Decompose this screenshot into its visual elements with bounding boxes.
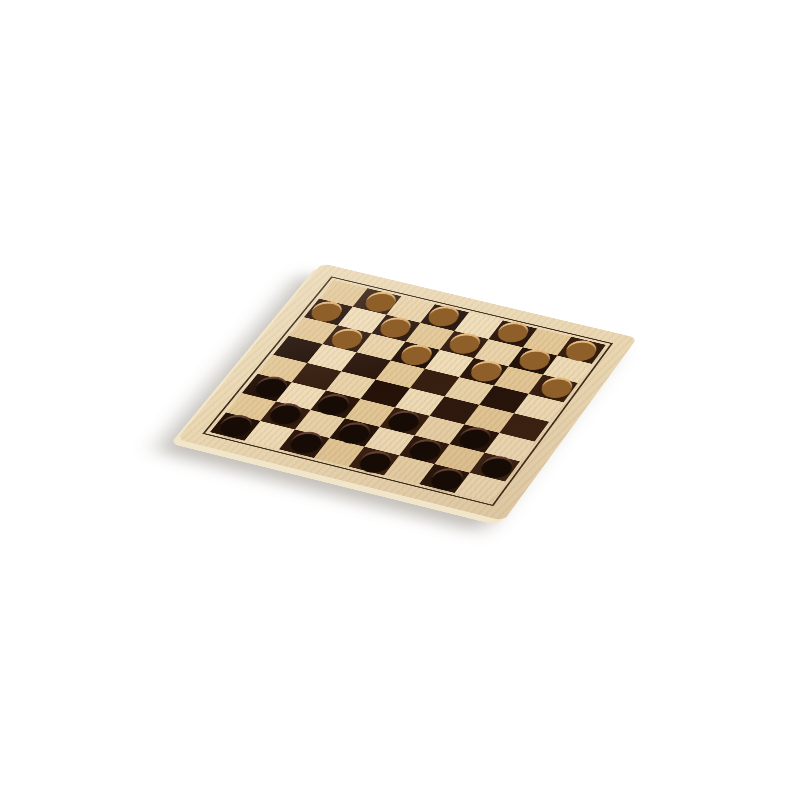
board-frame-line <box>202 276 613 506</box>
checkers-board-wrap <box>177 263 637 521</box>
product-photo-scene <box>0 0 800 800</box>
board-grid <box>210 280 606 501</box>
checkers-board <box>177 263 637 521</box>
